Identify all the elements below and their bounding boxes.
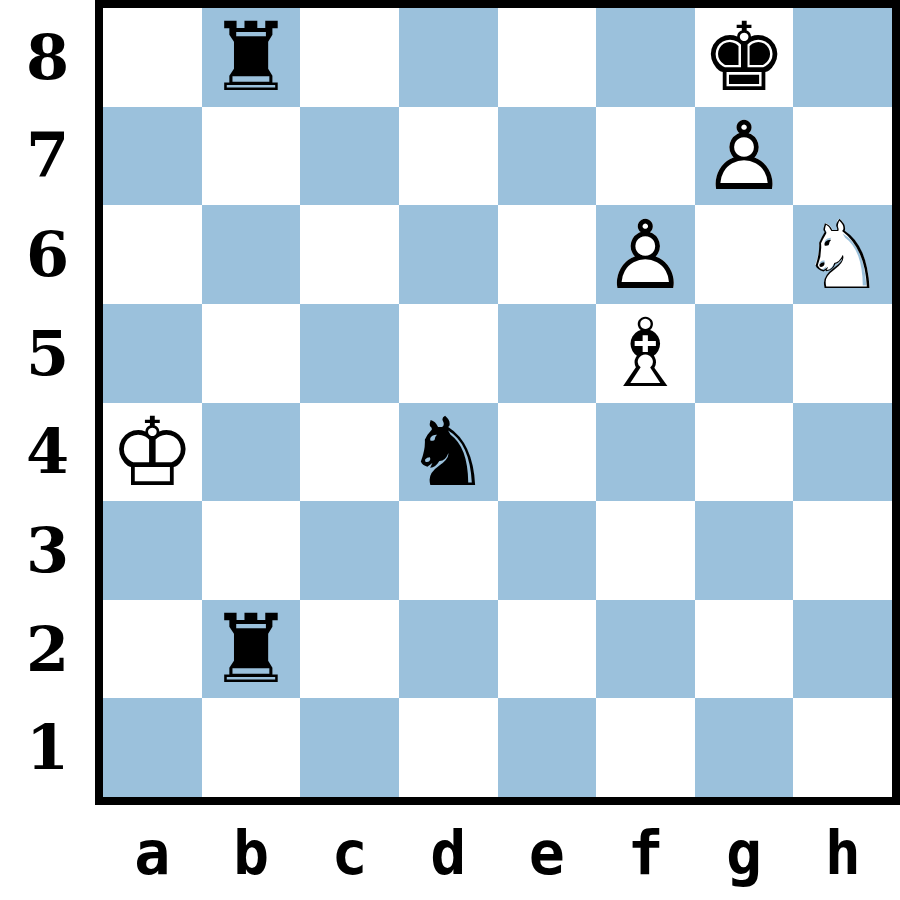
square-d1[interactable] <box>399 698 498 797</box>
square-c6[interactable] <box>300 205 399 304</box>
white-bishop-icon: ♗ <box>603 304 688 402</box>
square-f3[interactable] <box>596 501 695 600</box>
square-a5[interactable] <box>103 304 202 403</box>
black-knight-icon: ♞ <box>406 403 491 501</box>
square-c4[interactable] <box>300 403 399 502</box>
white-pawn-fill-glyph: ♟ <box>603 206 688 304</box>
square-h2[interactable] <box>793 600 892 699</box>
piece-black-rook-b2[interactable]: ♜ <box>202 600 301 699</box>
square-b4[interactable] <box>202 403 301 502</box>
rank-label-8: 8 <box>0 8 95 107</box>
square-c7[interactable] <box>300 107 399 206</box>
file-label-d: d <box>399 805 498 900</box>
square-c5[interactable] <box>300 304 399 403</box>
white-pawn-fill-glyph: ♟ <box>701 107 786 205</box>
square-b5[interactable] <box>202 304 301 403</box>
piece-white-pawn-f6[interactable]: ♟♙ <box>596 205 695 304</box>
rank-label-7: 7 <box>0 107 95 206</box>
square-f8[interactable] <box>596 8 695 107</box>
file-label-g: g <box>695 805 794 900</box>
square-c1[interactable] <box>300 698 399 797</box>
piece-black-knight-d4[interactable]: ♞ <box>399 403 498 502</box>
square-d6[interactable] <box>399 205 498 304</box>
square-e3[interactable] <box>498 501 597 600</box>
piece-black-king-g8[interactable]: ♚ <box>695 8 794 107</box>
square-g8[interactable]: ♚ <box>695 8 794 107</box>
square-e5[interactable] <box>498 304 597 403</box>
square-h6[interactable]: ♞♘ <box>793 205 892 304</box>
file-label-h: h <box>793 805 892 900</box>
square-a7[interactable] <box>103 107 202 206</box>
square-b3[interactable] <box>202 501 301 600</box>
square-a6[interactable] <box>103 205 202 304</box>
piece-white-king-a4[interactable]: ♚♔ <box>103 403 202 502</box>
square-b1[interactable] <box>202 698 301 797</box>
square-g7[interactable]: ♟♙ <box>695 107 794 206</box>
square-a8[interactable] <box>103 8 202 107</box>
piece-white-pawn-g7[interactable]: ♟♙ <box>695 107 794 206</box>
rank-label-6: 6 <box>0 205 95 304</box>
square-g4[interactable] <box>695 403 794 502</box>
square-b7[interactable] <box>202 107 301 206</box>
square-a3[interactable] <box>103 501 202 600</box>
chess-board: ♜♚♟♙♟♙♞♘♝♗♚♔♞♜ <box>95 0 900 805</box>
rank-label-3: 3 <box>0 501 95 600</box>
square-d5[interactable] <box>399 304 498 403</box>
black-rook-icon: ♜ <box>208 8 293 106</box>
square-d8[interactable] <box>399 8 498 107</box>
white-pawn-icon: ♙ <box>701 107 786 205</box>
square-e2[interactable] <box>498 600 597 699</box>
square-e8[interactable] <box>498 8 597 107</box>
file-label-e: e <box>498 805 597 900</box>
square-h4[interactable] <box>793 403 892 502</box>
square-a4[interactable]: ♚♔ <box>103 403 202 502</box>
rank-label-2: 2 <box>0 600 95 699</box>
black-king-icon: ♚ <box>701 8 786 106</box>
file-labels: abcdefgh <box>103 805 892 900</box>
square-b2[interactable]: ♜ <box>202 600 301 699</box>
square-a2[interactable] <box>103 600 202 699</box>
square-g2[interactable] <box>695 600 794 699</box>
square-f2[interactable] <box>596 600 695 699</box>
chess-diagram: 87654321 ♜♚♟♙♟♙♞♘♝♗♚♔♞♜ abcdefgh <box>0 0 900 900</box>
square-e1[interactable] <box>498 698 597 797</box>
square-c8[interactable] <box>300 8 399 107</box>
square-d4[interactable]: ♞ <box>399 403 498 502</box>
square-d2[interactable] <box>399 600 498 699</box>
square-d3[interactable] <box>399 501 498 600</box>
white-knight-icon: ♘ <box>800 206 885 304</box>
rank-label-1: 1 <box>0 698 95 797</box>
white-king-fill-glyph: ♚ <box>110 403 195 501</box>
white-pawn-icon: ♙ <box>603 206 688 304</box>
square-g6[interactable] <box>695 205 794 304</box>
square-f6[interactable]: ♟♙ <box>596 205 695 304</box>
square-c2[interactable] <box>300 600 399 699</box>
file-label-b: b <box>202 805 301 900</box>
square-g5[interactable] <box>695 304 794 403</box>
square-f5[interactable]: ♝♗ <box>596 304 695 403</box>
black-rook-icon: ♜ <box>208 600 293 698</box>
square-h5[interactable] <box>793 304 892 403</box>
square-e4[interactable] <box>498 403 597 502</box>
white-king-icon: ♔ <box>110 403 195 501</box>
file-label-a: a <box>103 805 202 900</box>
square-h8[interactable] <box>793 8 892 107</box>
square-f4[interactable] <box>596 403 695 502</box>
square-d7[interactable] <box>399 107 498 206</box>
piece-white-knight-h6[interactable]: ♞♘ <box>793 205 892 304</box>
square-g3[interactable] <box>695 501 794 600</box>
white-bishop-fill-glyph: ♝ <box>603 304 688 402</box>
square-c3[interactable] <box>300 501 399 600</box>
square-g1[interactable] <box>695 698 794 797</box>
square-b6[interactable] <box>202 205 301 304</box>
square-h3[interactable] <box>793 501 892 600</box>
rank-label-5: 5 <box>0 304 95 403</box>
square-a1[interactable] <box>103 698 202 797</box>
square-e7[interactable] <box>498 107 597 206</box>
piece-white-bishop-f5[interactable]: ♝♗ <box>596 304 695 403</box>
rank-labels: 87654321 <box>0 8 95 797</box>
square-h1[interactable] <box>793 698 892 797</box>
file-label-c: c <box>300 805 399 900</box>
white-knight-fill-glyph: ♞ <box>800 206 885 304</box>
square-e6[interactable] <box>498 205 597 304</box>
square-f1[interactable] <box>596 698 695 797</box>
rank-label-4: 4 <box>0 403 95 502</box>
file-label-f: f <box>596 805 695 900</box>
square-h7[interactable] <box>793 107 892 206</box>
square-f7[interactable] <box>596 107 695 206</box>
piece-black-rook-b8[interactable]: ♜ <box>202 8 301 107</box>
square-b8[interactable]: ♜ <box>202 8 301 107</box>
